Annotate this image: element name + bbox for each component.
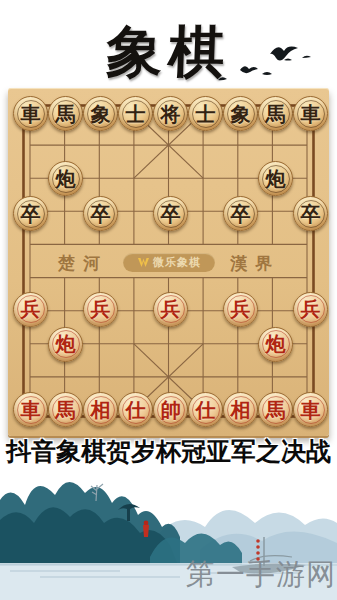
board-cell[interactable]: 将 [153, 96, 188, 131]
piece-red-elephant[interactable]: 相 [83, 392, 118, 427]
board-cell[interactable]: 兵 [83, 292, 118, 327]
piece-red-soldier[interactable]: 兵 [13, 292, 48, 327]
board-cell[interactable] [188, 327, 223, 362]
board-cell[interactable] [188, 196, 223, 231]
board-cell[interactable] [223, 161, 258, 196]
board-cell[interactable] [293, 262, 328, 292]
board-cell[interactable] [118, 292, 153, 327]
board-grid: 車馬象士将士象馬車炮炮卒卒卒卒卒兵兵兵兵兵炮炮車馬相仕帥仕相馬車 [13, 96, 325, 427]
board-cell[interactable]: 相 [223, 392, 258, 427]
board-cell[interactable]: 仕 [118, 392, 153, 427]
board-cell[interactable]: 士 [118, 96, 153, 131]
board-cell[interactable]: 炮 [48, 327, 83, 362]
board-cell[interactable] [48, 292, 83, 327]
board-cell[interactable] [153, 131, 188, 161]
site-watermark: 第一手游网 [186, 555, 336, 595]
event-caption: 抖音象棋贺岁杯冠亚军之决战 [0, 436, 337, 467]
piece-black-elephant[interactable]: 象 [83, 96, 118, 131]
board-cell[interactable] [13, 262, 48, 292]
board-cell[interactable] [83, 161, 118, 196]
board-cell[interactable] [13, 131, 48, 161]
board-cell[interactable] [13, 327, 48, 362]
board-cell[interactable]: 帥 [153, 392, 188, 427]
board-cell[interactable] [223, 231, 258, 261]
piece-black-soldier[interactable]: 卒 [293, 196, 328, 231]
board-cell[interactable] [188, 292, 223, 327]
board-cell[interactable] [153, 262, 188, 292]
board-cell[interactable] [48, 362, 83, 392]
piece-red-advisor[interactable]: 仕 [188, 392, 223, 427]
board-cell[interactable] [153, 161, 188, 196]
board-cell[interactable] [258, 196, 293, 231]
board-cell[interactable]: 炮 [258, 327, 293, 362]
piece-red-cannon[interactable]: 炮 [48, 327, 83, 362]
board-cell[interactable] [83, 327, 118, 362]
board-cell[interactable] [83, 362, 118, 392]
board-cell[interactable] [188, 231, 223, 261]
piece-black-cannon[interactable]: 炮 [258, 161, 293, 196]
board-cell[interactable] [118, 161, 153, 196]
xiangqi-board: 楚河 微乐象棋 漢界 車馬象士将士象馬車炮炮卒卒卒卒卒兵兵兵兵兵炮炮車馬相仕帥仕… [8, 88, 329, 436]
piece-red-horse[interactable]: 馬 [258, 392, 293, 427]
board-cell[interactable]: 兵 [293, 292, 328, 327]
board-cell[interactable] [153, 231, 188, 261]
board-cell[interactable] [293, 327, 328, 362]
board-cell[interactable] [83, 231, 118, 261]
piece-red-soldier[interactable]: 兵 [153, 292, 188, 327]
board-cell[interactable] [48, 262, 83, 292]
board-cell[interactable] [13, 362, 48, 392]
board-cell[interactable]: 兵 [13, 292, 48, 327]
birds-icon [218, 38, 330, 90]
piece-black-soldier[interactable]: 卒 [83, 196, 118, 231]
board-cell[interactable] [258, 131, 293, 161]
board-cell[interactable]: 馬 [258, 392, 293, 427]
piece-black-soldier[interactable]: 卒 [153, 196, 188, 231]
piece-red-advisor[interactable]: 仕 [118, 392, 153, 427]
board-cell[interactable] [258, 231, 293, 261]
board-cell[interactable]: 卒 [293, 196, 328, 231]
board-cell[interactable] [13, 231, 48, 261]
piece-red-soldier[interactable]: 兵 [293, 292, 328, 327]
board-cell[interactable] [118, 327, 153, 362]
board-cell[interactable] [118, 131, 153, 161]
board-cell[interactable] [223, 327, 258, 362]
board-cell[interactable]: 仕 [188, 392, 223, 427]
board-cell[interactable] [223, 362, 258, 392]
piece-black-elephant[interactable]: 象 [223, 96, 258, 131]
piece-black-horse[interactable]: 馬 [258, 96, 293, 131]
piece-red-cannon[interactable]: 炮 [258, 327, 293, 362]
board-cell[interactable] [153, 362, 188, 392]
board-cell[interactable]: 卒 [83, 196, 118, 231]
board-cell[interactable] [83, 262, 118, 292]
board-cell[interactable] [223, 131, 258, 161]
piece-black-chariot[interactable]: 車 [293, 96, 328, 131]
board-cell[interactable] [118, 262, 153, 292]
board-cell[interactable] [293, 161, 328, 196]
board-cell[interactable] [258, 262, 293, 292]
board-cell[interactable] [48, 131, 83, 161]
piece-red-chariot[interactable]: 車 [13, 392, 48, 427]
board-cell[interactable] [48, 231, 83, 261]
board-cell[interactable] [13, 161, 48, 196]
board-cell[interactable]: 卒 [13, 196, 48, 231]
board-cell[interactable] [188, 362, 223, 392]
board-cell[interactable]: 相 [83, 392, 118, 427]
board-cell[interactable]: 車 [293, 392, 328, 427]
piece-red-horse[interactable]: 馬 [48, 392, 83, 427]
board-cell[interactable] [293, 231, 328, 261]
board-cell[interactable]: 炮 [48, 161, 83, 196]
board-cell[interactable] [118, 231, 153, 261]
board-cell[interactable]: 炮 [258, 161, 293, 196]
piece-black-soldier[interactable]: 卒 [13, 196, 48, 231]
board-cell[interactable]: 象 [83, 96, 118, 131]
piece-black-general[interactable]: 将 [153, 96, 188, 131]
board-cell[interactable]: 兵 [153, 292, 188, 327]
board-cell[interactable]: 車 [293, 96, 328, 131]
piece-red-general[interactable]: 帥 [153, 392, 188, 427]
board-cell[interactable] [188, 131, 223, 161]
board-cell[interactable] [223, 262, 258, 292]
board-cell[interactable] [258, 362, 293, 392]
board-cell[interactable]: 車 [13, 392, 48, 427]
board-cell[interactable] [83, 131, 118, 161]
piece-black-advisor[interactable]: 士 [188, 96, 223, 131]
board-cell[interactable] [153, 327, 188, 362]
piece-black-advisor[interactable]: 士 [118, 96, 153, 131]
board-cell[interactable] [258, 292, 293, 327]
piece-red-soldier[interactable]: 兵 [83, 292, 118, 327]
piece-black-horse[interactable]: 馬 [48, 96, 83, 131]
board-cell[interactable] [293, 362, 328, 392]
board-cell[interactable] [188, 161, 223, 196]
piece-red-chariot[interactable]: 車 [293, 392, 328, 427]
board-cell[interactable]: 馬 [258, 96, 293, 131]
board-cell[interactable]: 車 [13, 96, 48, 131]
board-cell[interactable] [293, 131, 328, 161]
board-cell[interactable]: 馬 [48, 392, 83, 427]
board-cell[interactable]: 卒 [153, 196, 188, 231]
board-cell[interactable]: 士 [188, 96, 223, 131]
board-cell[interactable] [188, 262, 223, 292]
board-cell[interactable] [118, 196, 153, 231]
screenshot-root: 象棋 [0, 0, 337, 600]
board-cell[interactable] [48, 196, 83, 231]
board-cell[interactable] [118, 362, 153, 392]
board-cell[interactable]: 馬 [48, 96, 83, 131]
piece-red-elephant[interactable]: 相 [223, 392, 258, 427]
board-cell[interactable]: 象 [223, 96, 258, 131]
piece-black-soldier[interactable]: 卒 [223, 196, 258, 231]
piece-black-cannon[interactable]: 炮 [48, 161, 83, 196]
piece-red-soldier[interactable]: 兵 [223, 292, 258, 327]
board-cell[interactable]: 卒 [223, 196, 258, 231]
piece-black-chariot[interactable]: 車 [13, 96, 48, 131]
board-cell[interactable]: 兵 [223, 292, 258, 327]
